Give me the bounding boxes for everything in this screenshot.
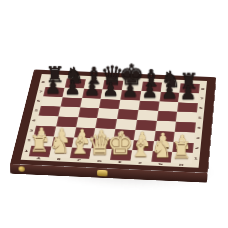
square-h1: ♜ [171,152,193,163]
square-h7: ♟ [179,93,199,103]
square-e5 [117,109,138,120]
square-a6 [41,96,63,106]
square-a5 [39,106,61,117]
square-g5 [156,111,177,122]
square-d5 [97,108,118,119]
rank-label-5: 5 [196,113,204,123]
square-h6 [177,102,198,113]
board-border: ABCDEFGH ABCDEFGH 87654321 87654321 ♜♞♝♛… [21,74,207,168]
square-c5 [78,108,99,119]
square-b6 [60,97,81,107]
square-g6 [158,101,179,112]
square-d6 [99,99,120,109]
piece-white-rook: ♜ [163,139,200,162]
chessboard: ABCDEFGH ABCDEFGH 87654321 87654321 ♜♞♝♛… [10,70,216,174]
rank-label-6: 6 [197,103,205,113]
board-grid: ♜♞♝♛♚♝♞♜♟♟♟♟♟♟♟♟♟♟♟♟♟♟♟♟♜♞♝♛♚♝♞♜ [29,78,200,164]
brass-hinge [18,166,24,172]
square-b5 [58,107,80,118]
brass-clasp [97,170,107,177]
product-photo: ABCDEFGH ABCDEFGH 87654321 87654321 ♜♞♝♛… [0,0,228,228]
perspective-wrapper: ABCDEFGH ABCDEFGH 87654321 87654321 ♜♞♝♛… [0,0,228,228]
piece-black-pawn: ♟ [171,83,206,102]
square-h5 [176,112,197,123]
board-frame: ABCDEFGH ABCDEFGH 87654321 87654321 ♜♞♝♛… [10,70,216,174]
